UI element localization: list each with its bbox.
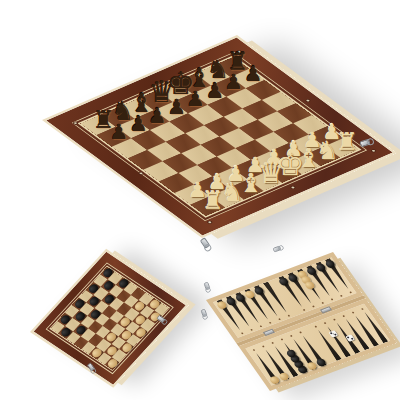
- point-dot: [303, 309, 306, 311]
- point-dot: [269, 322, 272, 324]
- point-dot: [260, 325, 263, 327]
- point-dot: [333, 319, 336, 321]
- point-dot: [278, 318, 281, 320]
- point-dot: [299, 331, 302, 333]
- die-pip: [351, 338, 353, 340]
- point-dot: [250, 329, 253, 331]
- point-dot: [290, 335, 293, 337]
- point-dot: [352, 311, 355, 313]
- chess-clasp-icon: [200, 237, 211, 249]
- die-pip: [347, 337, 349, 339]
- screw-icon: [139, 172, 143, 174]
- point-dot: [271, 342, 274, 344]
- chess-piece-white-r-h1[interactable]: ♜: [334, 131, 359, 155]
- die-pip: [335, 334, 337, 336]
- screw-icon: [208, 221, 212, 223]
- screw-icon: [371, 150, 375, 152]
- backgammon-clasp-icon: [273, 246, 282, 253]
- backgammon-near-point-10[interactable]: [343, 318, 369, 350]
- screw-icon: [306, 99, 310, 101]
- point-dot: [312, 305, 315, 307]
- chess-piece-black-p-h7[interactable]: ♟: [241, 64, 266, 85]
- backgammon-latch-icon: [201, 309, 208, 318]
- point-dot: [287, 315, 290, 317]
- point-dot: [342, 315, 345, 317]
- point-dot: [331, 298, 334, 300]
- die-2[interactable]: [345, 334, 355, 342]
- point-dot: [314, 326, 317, 328]
- point-dot: [361, 308, 364, 310]
- product-photo: ♜♞♝♛♚♝♞♜♟♟♟♟♟♟♟♟♟♟♟♟♟♟♟♟♜♞♝♛♚♝♞♜: [0, 0, 400, 400]
- point-dot: [340, 295, 343, 297]
- point-dot: [253, 349, 256, 351]
- backgammon-near-point-8[interactable]: [325, 325, 351, 357]
- chess-field: ♜♞♝♛♚♝♞♜♟♟♟♟♟♟♟♟♟♟♟♟♟♟♟♟♜♞♝♛♚♝♞♜: [80, 57, 358, 216]
- point-dot: [281, 338, 284, 340]
- point-dot: [262, 345, 265, 347]
- backgammon-near-point-12[interactable]: [362, 311, 388, 343]
- backgammon-board: [206, 252, 397, 391]
- backgammon-checker-wood[interactable]: [304, 280, 316, 290]
- backgammon-near-point-11[interactable]: [353, 315, 379, 347]
- chess-board: ♜♞♝♛♚♝♞♜♟♟♟♟♟♟♟♟♟♟♟♟♟♟♟♟♜♞♝♛♚♝♞♜: [42, 35, 397, 238]
- point-dot: [349, 291, 352, 293]
- backgammon-latch-icon: [204, 282, 211, 291]
- point-dot: [241, 332, 244, 334]
- screw-icon: [73, 122, 77, 124]
- point-dot: [321, 302, 324, 304]
- die-1[interactable]: [328, 330, 338, 338]
- checkers-field: [51, 267, 169, 370]
- point-dot: [324, 322, 327, 324]
- screw-icon: [291, 186, 295, 188]
